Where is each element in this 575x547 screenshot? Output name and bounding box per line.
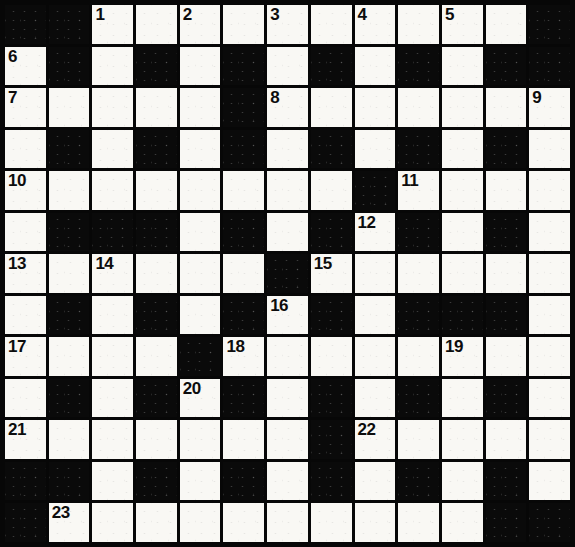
- letter-cell-r7c6[interactable]: 16: [267, 296, 308, 335]
- clue-number-17: 17: [8, 338, 26, 355]
- blocked-cell-r1c7: [311, 47, 352, 86]
- letter-cell-r2c1[interactable]: [49, 88, 90, 127]
- blocked-cell-r1c9: [398, 47, 439, 86]
- letter-cell-r8c12[interactable]: [529, 337, 570, 376]
- letter-cell-r12c10[interactable]: [442, 503, 483, 542]
- clue-number-5: 5: [445, 6, 454, 23]
- blocked-cell-r1c1: [49, 47, 90, 86]
- blocked-cell-r12c12: [529, 503, 570, 542]
- letter-cell-r12c8[interactable]: [355, 503, 396, 542]
- letter-cell-r8c2[interactable]: [92, 337, 133, 376]
- letter-cell-r6c8[interactable]: [355, 254, 396, 293]
- letter-cell-r4c3[interactable]: [136, 171, 177, 210]
- letter-cell-r10c3[interactable]: [136, 420, 177, 459]
- blocked-cell-r12c11: [486, 503, 527, 542]
- letter-cell-r1c0[interactable]: 6: [5, 47, 46, 86]
- letter-cell-r8c0[interactable]: 17: [5, 337, 46, 376]
- letter-cell-r10c10[interactable]: [442, 420, 483, 459]
- letter-cell-r12c4[interactable]: [180, 503, 221, 542]
- letter-cell-r8c8[interactable]: [355, 337, 396, 376]
- letter-cell-r4c7[interactable]: [311, 171, 352, 210]
- blocked-cell-r11c7: [311, 462, 352, 501]
- letter-cell-r3c12[interactable]: [529, 130, 570, 169]
- letter-cell-r8c1[interactable]: [49, 337, 90, 376]
- clue-number-6: 6: [8, 48, 17, 65]
- letter-cell-r0c7[interactable]: [311, 5, 352, 44]
- clue-number-4: 4: [358, 6, 367, 23]
- letter-cell-r6c12[interactable]: [529, 254, 570, 293]
- letter-cell-r2c10[interactable]: [442, 88, 483, 127]
- letter-cell-r12c6[interactable]: [267, 503, 308, 542]
- clue-number-19: 19: [445, 338, 463, 355]
- blocked-cell-r3c5: [223, 130, 264, 169]
- blocked-cell-r7c10: [442, 296, 483, 335]
- letter-cell-r4c5[interactable]: [223, 171, 264, 210]
- letter-cell-r5c0[interactable]: [5, 213, 46, 252]
- letter-cell-r8c3[interactable]: [136, 337, 177, 376]
- letter-cell-r10c9[interactable]: [398, 420, 439, 459]
- letter-cell-r5c8[interactable]: 12: [355, 213, 396, 252]
- letter-cell-r10c12[interactable]: [529, 420, 570, 459]
- letter-cell-r9c6[interactable]: [267, 379, 308, 418]
- letter-cell-r12c5[interactable]: [223, 503, 264, 542]
- letter-cell-r7c0[interactable]: [5, 296, 46, 335]
- blocked-cell-r11c0: [5, 462, 46, 501]
- blocked-cell-r9c1: [49, 379, 90, 418]
- letter-cell-r7c2[interactable]: [92, 296, 133, 335]
- blocked-cell-r7c5: [223, 296, 264, 335]
- clue-number-7: 7: [8, 89, 17, 106]
- letter-cell-r2c6[interactable]: 8: [267, 88, 308, 127]
- letter-cell-r0c3[interactable]: [136, 5, 177, 44]
- letter-cell-r6c4[interactable]: [180, 254, 221, 293]
- clue-number-14: 14: [95, 255, 113, 272]
- letter-cell-r12c1[interactable]: 23: [49, 503, 90, 542]
- letter-cell-r2c8[interactable]: [355, 88, 396, 127]
- letter-cell-r2c7[interactable]: [311, 88, 352, 127]
- blocked-cell-r5c1: [49, 213, 90, 252]
- letter-cell-r9c0[interactable]: [5, 379, 46, 418]
- letter-cell-r3c8[interactable]: [355, 130, 396, 169]
- letter-cell-r12c7[interactable]: [311, 503, 352, 542]
- blocked-cell-r7c9: [398, 296, 439, 335]
- blocked-cell-r7c1: [49, 296, 90, 335]
- letter-cell-r8c5[interactable]: 18: [223, 337, 264, 376]
- letter-cell-r10c1[interactable]: [49, 420, 90, 459]
- letter-cell-r0c10[interactable]: 5: [442, 5, 483, 44]
- letter-cell-r1c4[interactable]: [180, 47, 221, 86]
- clue-number-15: 15: [314, 255, 332, 272]
- letter-cell-r1c10[interactable]: [442, 47, 483, 86]
- letter-cell-r9c10[interactable]: [442, 379, 483, 418]
- blocked-cell-r1c5: [223, 47, 264, 86]
- letter-cell-r6c1[interactable]: [49, 254, 90, 293]
- letter-cell-r4c2[interactable]: [92, 171, 133, 210]
- blocked-cell-r0c12: [529, 5, 570, 44]
- blocked-cell-r5c3: [136, 213, 177, 252]
- blocked-cell-r4c8: [355, 171, 396, 210]
- blocked-cell-r9c9: [398, 379, 439, 418]
- letter-cell-r8c6[interactable]: [267, 337, 308, 376]
- blocked-cell-r10c7: [311, 420, 352, 459]
- clue-number-10: 10: [8, 172, 26, 189]
- blocked-cell-r5c9: [398, 213, 439, 252]
- clue-number-12: 12: [358, 214, 376, 231]
- letter-cell-r5c12[interactable]: [529, 213, 570, 252]
- blocked-cell-r3c3: [136, 130, 177, 169]
- blocked-cell-r8c4: [180, 337, 221, 376]
- letter-cell-r10c8[interactable]: 22: [355, 420, 396, 459]
- letter-cell-r7c4[interactable]: [180, 296, 221, 335]
- letter-cell-r11c12[interactable]: [529, 462, 570, 501]
- blocked-cell-r11c1: [49, 462, 90, 501]
- clue-number-8: 8: [270, 89, 279, 106]
- letter-cell-r11c2[interactable]: [92, 462, 133, 501]
- blocked-cell-r12c0: [5, 503, 46, 542]
- clue-number-16: 16: [270, 297, 288, 314]
- letter-cell-r2c2[interactable]: [92, 88, 133, 127]
- clue-number-13: 13: [8, 255, 26, 272]
- letter-cell-r4c4[interactable]: [180, 171, 221, 210]
- letter-cell-r6c2[interactable]: 14: [92, 254, 133, 293]
- letter-cell-r8c9[interactable]: [398, 337, 439, 376]
- letter-cell-r0c2[interactable]: 1: [92, 5, 133, 44]
- letter-cell-r11c4[interactable]: [180, 462, 221, 501]
- letter-cell-r2c0[interactable]: 7: [5, 88, 46, 127]
- blocked-cell-r0c1: [49, 5, 90, 44]
- clue-number-11: 11: [401, 172, 418, 189]
- blocked-cell-r7c7: [311, 296, 352, 335]
- letter-cell-r7c8[interactable]: [355, 296, 396, 335]
- letter-cell-r4c12[interactable]: [529, 171, 570, 210]
- letter-cell-r9c12[interactable]: [529, 379, 570, 418]
- clue-number-1: 1: [95, 6, 104, 23]
- letter-cell-r6c5[interactable]: [223, 254, 264, 293]
- clue-number-3: 3: [270, 6, 279, 23]
- letter-cell-r6c7[interactable]: 15: [311, 254, 352, 293]
- clue-number-22: 22: [358, 421, 376, 438]
- letter-cell-r4c9[interactable]: 11: [398, 171, 439, 210]
- letter-cell-r10c4[interactable]: [180, 420, 221, 459]
- letter-cell-r0c5[interactable]: [223, 5, 264, 44]
- blocked-cell-r3c9: [398, 130, 439, 169]
- blocked-cell-r3c1: [49, 130, 90, 169]
- letter-cell-r10c5[interactable]: [223, 420, 264, 459]
- blocked-cell-r5c11: [486, 213, 527, 252]
- letter-cell-r0c11[interactable]: [486, 5, 527, 44]
- letter-cell-r6c3[interactable]: [136, 254, 177, 293]
- letter-cell-r3c4[interactable]: [180, 130, 221, 169]
- letter-cell-r0c6[interactable]: 3: [267, 5, 308, 44]
- letter-cell-r0c9[interactable]: [398, 5, 439, 44]
- clue-number-2: 2: [183, 6, 192, 23]
- letter-cell-r8c10[interactable]: 19: [442, 337, 483, 376]
- blocked-cell-r6c6: [267, 254, 308, 293]
- blocked-cell-r7c3: [136, 296, 177, 335]
- letter-cell-r2c9[interactable]: [398, 88, 439, 127]
- blocked-cell-r5c5: [223, 213, 264, 252]
- blocked-cell-r9c3: [136, 379, 177, 418]
- clue-number-23: 23: [52, 504, 70, 521]
- crossword-page: 1234567891011121314151617181920212223: [0, 0, 575, 547]
- letter-cell-r3c0[interactable]: [5, 130, 46, 169]
- crossword-board: 1234567891011121314151617181920212223: [0, 0, 575, 547]
- blocked-cell-r5c2: [92, 213, 133, 252]
- letter-cell-r1c6[interactable]: [267, 47, 308, 86]
- blocked-cell-r0c0: [5, 5, 46, 44]
- letter-cell-r11c10[interactable]: [442, 462, 483, 501]
- letter-cell-r2c4[interactable]: [180, 88, 221, 127]
- letter-cell-r9c4[interactable]: 20: [180, 379, 221, 418]
- letter-cell-r11c6[interactable]: [267, 462, 308, 501]
- blocked-cell-r3c11: [486, 130, 527, 169]
- letter-cell-r10c2[interactable]: [92, 420, 133, 459]
- letter-cell-r8c11[interactable]: [486, 337, 527, 376]
- letter-cell-r2c11[interactable]: [486, 88, 527, 127]
- blocked-cell-r3c7: [311, 130, 352, 169]
- blocked-cell-r1c11: [486, 47, 527, 86]
- letter-cell-r6c10[interactable]: [442, 254, 483, 293]
- letter-cell-r11c8[interactable]: [355, 462, 396, 501]
- letter-cell-r4c11[interactable]: [486, 171, 527, 210]
- letter-cell-r2c3[interactable]: [136, 88, 177, 127]
- letter-cell-r5c10[interactable]: [442, 213, 483, 252]
- letter-cell-r12c3[interactable]: [136, 503, 177, 542]
- letter-cell-r3c10[interactable]: [442, 130, 483, 169]
- letter-cell-r10c11[interactable]: [486, 420, 527, 459]
- letter-cell-r1c2[interactable]: [92, 47, 133, 86]
- blocked-cell-r1c3: [136, 47, 177, 86]
- letter-cell-r8c7[interactable]: [311, 337, 352, 376]
- letter-cell-r6c0[interactable]: 13: [5, 254, 46, 293]
- letter-cell-r12c2[interactable]: [92, 503, 133, 542]
- letter-cell-r5c4[interactable]: [180, 213, 221, 252]
- letter-cell-r3c2[interactable]: [92, 130, 133, 169]
- letter-cell-r9c8[interactable]: [355, 379, 396, 418]
- blocked-cell-r7c11: [486, 296, 527, 335]
- blocked-cell-r11c5: [223, 462, 264, 501]
- blocked-cell-r9c7: [311, 379, 352, 418]
- letter-cell-r0c4[interactable]: 2: [180, 5, 221, 44]
- letter-cell-r12c9[interactable]: [398, 503, 439, 542]
- clue-number-20: 20: [183, 380, 201, 397]
- letter-cell-r4c1[interactable]: [49, 171, 90, 210]
- letter-cell-r10c6[interactable]: [267, 420, 308, 459]
- blocked-cell-r11c3: [136, 462, 177, 501]
- letter-cell-r7c12[interactable]: [529, 296, 570, 335]
- letter-cell-r9c2[interactable]: [92, 379, 133, 418]
- letter-cell-r2c12[interactable]: 9: [529, 88, 570, 127]
- blocked-cell-r2c5: [223, 88, 264, 127]
- blocked-cell-r9c5: [223, 379, 264, 418]
- letter-cell-r6c9[interactable]: [398, 254, 439, 293]
- clue-number-9: 9: [532, 89, 541, 106]
- letter-cell-r10c0[interactable]: 21: [5, 420, 46, 459]
- letter-cell-r1c8[interactable]: [355, 47, 396, 86]
- blocked-cell-r5c7: [311, 213, 352, 252]
- clue-number-18: 18: [226, 338, 244, 355]
- letter-cell-r4c10[interactable]: [442, 171, 483, 210]
- blocked-cell-r9c11: [486, 379, 527, 418]
- blocked-cell-r11c11: [486, 462, 527, 501]
- blocked-cell-r11c9: [398, 462, 439, 501]
- letter-cell-r4c6[interactable]: [267, 171, 308, 210]
- letter-cell-r6c11[interactable]: [486, 254, 527, 293]
- letter-cell-r4c0[interactable]: 10: [5, 171, 46, 210]
- letter-cell-r0c8[interactable]: 4: [355, 5, 396, 44]
- blocked-cell-r1c12: [529, 47, 570, 86]
- letter-cell-r5c6[interactable]: [267, 213, 308, 252]
- clue-number-21: 21: [8, 421, 26, 438]
- letter-cell-r3c6[interactable]: [267, 130, 308, 169]
